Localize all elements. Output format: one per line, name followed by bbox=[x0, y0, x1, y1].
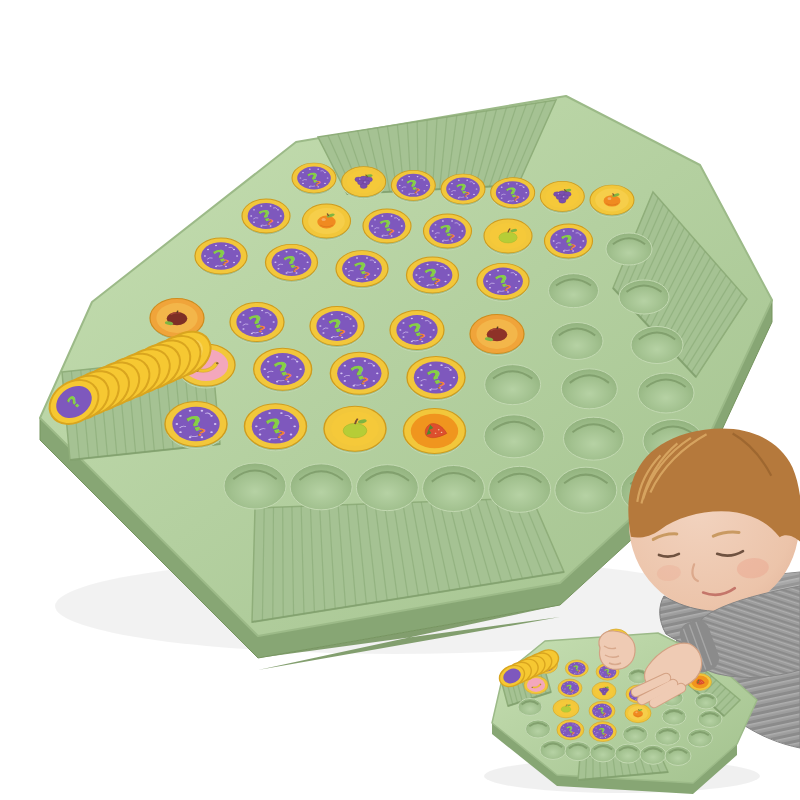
mini-cup-r2c6[interactable] bbox=[695, 693, 717, 709]
token-r1c5-mystery[interactable]: ?? bbox=[491, 178, 535, 208]
token-r3c3-mystery[interactable]: ?? bbox=[336, 251, 388, 287]
cup-r5c5[interactable] bbox=[485, 365, 541, 405]
token-r2c2-orange[interactable] bbox=[302, 204, 350, 238]
mini-cup-r5c2[interactable] bbox=[565, 742, 591, 761]
mini-token-r1c2-mystery[interactable]: ?? bbox=[565, 660, 588, 677]
token-r2c1-mystery[interactable]: ?? bbox=[242, 199, 290, 233]
cup-r7c3[interactable] bbox=[356, 465, 418, 511]
product-photo-scene: ????????????????????????????????????????… bbox=[0, 0, 800, 800]
token-r6c2-mystery[interactable]: ?? bbox=[244, 404, 306, 449]
mini-token-r2c2-mystery[interactable]: ?? bbox=[558, 679, 582, 697]
cup-r5c7[interactable] bbox=[638, 373, 694, 413]
mini-cup-r5c1[interactable] bbox=[540, 741, 566, 760]
mini-token-r2c3-grapes[interactable] bbox=[592, 682, 616, 700]
token-r2c6-mystery[interactable]: ?? bbox=[544, 224, 592, 258]
token-r1c3-mystery[interactable]: ?? bbox=[391, 170, 435, 200]
cup-r5c6[interactable] bbox=[561, 369, 617, 409]
token-r6c1-mystery[interactable]: ?? bbox=[165, 401, 227, 446]
token-r4c4-mystery[interactable]: ?? bbox=[390, 310, 444, 349]
mini-cup-r4c5[interactable] bbox=[655, 727, 680, 745]
mini-cup-r5c3[interactable] bbox=[590, 743, 616, 762]
token-r6c3-apple_green[interactable] bbox=[324, 406, 386, 451]
token-r5c3-mystery[interactable]: ?? bbox=[330, 352, 388, 394]
cup-r6c5[interactable] bbox=[484, 415, 544, 458]
token-r3c1-mystery[interactable]: ?? bbox=[195, 238, 247, 274]
cup-r4c7[interactable] bbox=[631, 327, 683, 364]
token-r4c5-apple_red[interactable] bbox=[470, 314, 524, 353]
mini-token-r4c3-mystery[interactable]: ?? bbox=[589, 722, 616, 742]
cup-r3c7[interactable] bbox=[619, 280, 669, 314]
token-r5c4-mystery[interactable]: ?? bbox=[407, 356, 465, 398]
cup-r2c7[interactable] bbox=[606, 233, 652, 265]
token-r3c4-mystery[interactable]: ?? bbox=[406, 257, 458, 293]
token-r3c5-mystery[interactable]: ?? bbox=[477, 263, 529, 299]
cup-r7c4[interactable] bbox=[423, 466, 485, 512]
mini-cup-r4c1[interactable] bbox=[526, 720, 551, 738]
mini-token-r4c2-mystery[interactable]: ?? bbox=[557, 720, 584, 740]
token-r1c7-orange[interactable] bbox=[590, 185, 634, 215]
mini-token-r3c4-orange[interactable] bbox=[625, 704, 651, 723]
cup-r7c2[interactable] bbox=[290, 464, 352, 510]
cup-r4c6[interactable] bbox=[551, 323, 603, 360]
token-r2c4-mystery[interactable]: ?? bbox=[423, 214, 471, 248]
token-r5c2-mystery[interactable]: ?? bbox=[254, 348, 312, 390]
token-r2c5-apple_green[interactable] bbox=[484, 219, 532, 253]
token-r4c3-mystery[interactable]: ?? bbox=[310, 306, 364, 345]
mini-token-r3c3-mystery[interactable]: ?? bbox=[589, 701, 615, 720]
mini-cup-r3c5[interactable] bbox=[662, 708, 686, 725]
token-r2c3-mystery[interactable]: ?? bbox=[363, 209, 411, 243]
scene-canvas: ????????????????????????????????????????… bbox=[0, 0, 800, 800]
cup-r7c1[interactable] bbox=[224, 463, 286, 509]
token-r1c2-grapes[interactable] bbox=[342, 167, 386, 197]
mini-cup-r5c4[interactable] bbox=[615, 744, 641, 763]
cup-r7c5[interactable] bbox=[489, 466, 551, 512]
token-r1c6-grapes[interactable] bbox=[540, 181, 584, 211]
mini-cup-r5c5[interactable] bbox=[640, 745, 666, 764]
boy-hand-fist bbox=[599, 631, 635, 669]
mini-cup-r5c6[interactable] bbox=[665, 747, 691, 766]
token-r1c4-mystery[interactable]: ?? bbox=[441, 174, 485, 204]
cup-r6c6[interactable] bbox=[564, 417, 624, 460]
token-r4c2-mystery[interactable]: ?? bbox=[230, 302, 284, 341]
cup-r3c6[interactable] bbox=[549, 274, 599, 308]
mini-cup-r3c1[interactable] bbox=[518, 699, 542, 716]
token-r6c4-strawberry[interactable] bbox=[403, 408, 465, 453]
mini-cup-r3c6[interactable] bbox=[698, 711, 722, 728]
mini-token-r3c2-apple_green[interactable] bbox=[553, 699, 579, 718]
cup-r7c6[interactable] bbox=[555, 467, 617, 513]
mini-cup-r4c6[interactable] bbox=[688, 729, 713, 747]
token-r1c1-mystery[interactable]: ?? bbox=[292, 163, 336, 193]
mini-cup-r4c4[interactable] bbox=[623, 725, 648, 743]
token-r3c2-mystery[interactable]: ?? bbox=[265, 244, 317, 280]
